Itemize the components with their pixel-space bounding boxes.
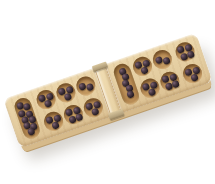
board-rotation-wrap: [3, 33, 213, 149]
stone: [161, 56, 170, 65]
stone: [84, 82, 93, 91]
pit-top-1[interactable]: [34, 88, 58, 112]
board-half-right: [105, 33, 213, 113]
pit-bottom-2[interactable]: [61, 102, 85, 126]
product-photo-background: [0, 0, 215, 184]
stone: [90, 107, 99, 116]
stone: [50, 121, 59, 130]
pit-bottom-6[interactable]: [180, 61, 204, 85]
pit-top-5[interactable]: [150, 47, 174, 71]
pit-bottom-5[interactable]: [157, 69, 181, 93]
stone: [189, 73, 198, 82]
stone: [125, 90, 134, 99]
pit-bottom-1[interactable]: [41, 109, 65, 133]
stone: [26, 127, 35, 136]
stone: [153, 55, 162, 64]
pit-top-4[interactable]: [130, 54, 154, 78]
pit-top-6[interactable]: [173, 40, 197, 64]
stone: [139, 66, 148, 75]
pit-bottom-3[interactable]: [81, 96, 105, 120]
board-half-left: [3, 68, 111, 148]
stone: [146, 87, 155, 96]
pit-bottom-4[interactable]: [137, 76, 161, 100]
stone: [77, 82, 86, 91]
stone: [42, 99, 51, 108]
mancala-board: [3, 33, 213, 149]
pit-top-3[interactable]: [73, 74, 97, 98]
hinge-metal-top: [91, 62, 107, 73]
pit-top-2[interactable]: [53, 81, 77, 105]
hinge-metal-bottom: [108, 109, 124, 121]
stone: [62, 92, 71, 101]
